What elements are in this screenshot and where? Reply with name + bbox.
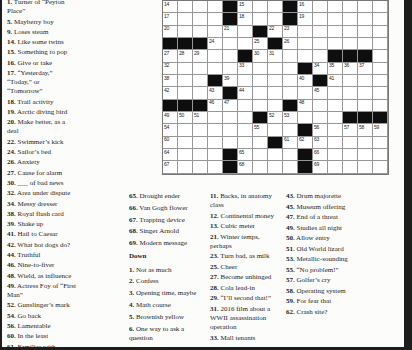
clue-number: 3. xyxy=(129,289,134,297)
clue-28: 28. Cola lead-in xyxy=(210,284,286,293)
cell-number: 33 xyxy=(239,62,244,68)
cell-number: 32 xyxy=(164,62,169,68)
grid-cell[interactable]: 52 xyxy=(268,112,283,124)
grid-cell[interactable] xyxy=(253,13,268,25)
clue-39: 39. Shake up xyxy=(7,220,119,229)
grid-cell[interactable] xyxy=(358,38,373,50)
cell-number: 57 xyxy=(344,124,349,130)
black-cell xyxy=(298,124,313,136)
grid-cell[interactable] xyxy=(253,75,268,87)
grid-cell[interactable] xyxy=(208,137,223,149)
grid-cell[interactable] xyxy=(313,100,328,112)
grid-cell[interactable] xyxy=(208,63,223,75)
cell-number: 67 xyxy=(164,161,169,167)
grid-cell[interactable]: 38 xyxy=(163,75,178,87)
clue-49: 49. Studies all night xyxy=(286,224,398,233)
grid-cell[interactable] xyxy=(223,38,238,50)
grid-cell[interactable] xyxy=(193,161,208,173)
grid-cell[interactable]: 32 xyxy=(163,63,178,75)
clue-27: 27. Cause for alarm xyxy=(7,169,119,178)
grid-cell[interactable] xyxy=(283,161,298,173)
clue-69: 69. Modern message xyxy=(129,239,209,248)
grid-cell[interactable] xyxy=(358,149,373,161)
grid-cell[interactable] xyxy=(298,26,313,38)
grid-cell[interactable] xyxy=(358,87,373,99)
clue-44: 44. Truthful xyxy=(7,251,119,260)
grid-cell[interactable] xyxy=(238,38,253,50)
grid-cell[interactable] xyxy=(328,124,343,136)
black-cell xyxy=(193,38,208,50)
clue-43: 43. Drum majorette xyxy=(286,192,398,201)
cell-number: 30 xyxy=(254,50,259,56)
grid-cell[interactable]: 46 xyxy=(208,100,223,112)
grid-cell[interactable]: 54 xyxy=(163,124,178,136)
grid-cell[interactable] xyxy=(208,161,223,173)
clue-27: 27. Become unhinged xyxy=(210,273,286,282)
clue-number: 49. xyxy=(286,224,295,232)
grid-cell[interactable]: 16 xyxy=(298,1,313,13)
clue-22: 22. Swimmer’s kick xyxy=(7,138,119,147)
clue-42: 42. What hot dogs do? xyxy=(7,241,119,250)
grid-cell[interactable]: 48 xyxy=(298,100,313,112)
grid-cell[interactable] xyxy=(328,1,343,13)
grid-cell[interactable] xyxy=(358,26,373,38)
cell-number: 34 xyxy=(314,62,319,68)
black-cell xyxy=(358,112,373,124)
grid-cell[interactable] xyxy=(313,38,328,50)
grid-cell[interactable] xyxy=(373,63,388,75)
grid-cell[interactable]: 20 xyxy=(163,26,178,38)
grid-cell[interactable] xyxy=(373,13,388,25)
grid-cell[interactable]: 55 xyxy=(253,124,268,136)
grid-cell[interactable] xyxy=(343,1,358,13)
grid-cell[interactable]: 56 xyxy=(313,124,328,136)
grid-cell[interactable]: 17 xyxy=(163,13,178,25)
grid-cell[interactable]: 60 xyxy=(163,137,178,149)
black-cell xyxy=(163,100,178,112)
grid-cell[interactable] xyxy=(373,38,388,50)
clue-41: 41. Hail to Caesar xyxy=(7,230,119,239)
clue-14: 14. Like some twins xyxy=(7,38,119,47)
grid-cell[interactable]: 27 xyxy=(163,50,178,62)
grid-cell[interactable] xyxy=(343,75,358,87)
grid-cell[interactable] xyxy=(253,87,268,99)
clue-number: 27. xyxy=(210,273,219,281)
grid-cell[interactable]: 29 xyxy=(193,50,208,62)
grid-cell[interactable] xyxy=(268,13,283,25)
cell-number: 39 xyxy=(224,75,229,81)
clue-number: 12. xyxy=(210,212,219,220)
cell-number: 63 xyxy=(314,136,319,142)
grid-cell[interactable] xyxy=(358,1,373,13)
grid-cell[interactable] xyxy=(253,63,268,75)
cell-number: 21 xyxy=(224,25,229,31)
grid-cell[interactable] xyxy=(373,100,388,112)
grid-cell[interactable] xyxy=(223,50,238,62)
clue-45: 45. Museum offering xyxy=(286,203,398,212)
clue-55: 55. “No problem!” xyxy=(286,266,398,275)
grid-cell[interactable] xyxy=(373,26,388,38)
clue-number: 15. xyxy=(7,48,16,56)
grid-cell[interactable] xyxy=(193,63,208,75)
grid-cell[interactable] xyxy=(313,50,328,62)
grid-cell[interactable] xyxy=(193,26,208,38)
grid-cell[interactable] xyxy=(328,137,343,149)
grid-cell[interactable] xyxy=(343,87,358,99)
grid-cell[interactable]: 53 xyxy=(283,112,298,124)
grid-cell[interactable] xyxy=(313,26,328,38)
grid-cell[interactable] xyxy=(358,161,373,173)
grid-cell[interactable] xyxy=(373,161,388,173)
grid-cell[interactable] xyxy=(208,50,223,62)
grid-cell[interactable] xyxy=(328,26,343,38)
grid-cell[interactable] xyxy=(253,149,268,161)
screenshot-edge-right xyxy=(404,0,412,350)
grid-cell[interactable] xyxy=(223,63,238,75)
grid-cell[interactable] xyxy=(268,149,283,161)
grid-cell[interactable]: 23 xyxy=(283,26,298,38)
clue-number: 25. xyxy=(210,263,219,271)
grid-cell[interactable] xyxy=(193,149,208,161)
grid-cell[interactable]: 28 xyxy=(178,50,193,62)
black-cell xyxy=(178,38,193,50)
black-cell xyxy=(178,100,193,112)
clue-7: 7. Aggravate xyxy=(129,346,209,350)
grid-cell[interactable] xyxy=(343,149,358,161)
grid-cell[interactable] xyxy=(373,75,388,87)
grid-cell[interactable] xyxy=(178,13,193,25)
grid-cell[interactable] xyxy=(298,87,313,99)
clue-number: 1. xyxy=(7,0,12,6)
grid-cell[interactable] xyxy=(238,124,253,136)
clue-4: 4. Math course xyxy=(129,301,209,310)
grid-cell[interactable] xyxy=(343,100,358,112)
grid-cell[interactable] xyxy=(208,26,223,38)
cell-number: 18 xyxy=(239,13,244,19)
clue-number: 2. xyxy=(129,277,134,285)
grid-cell[interactable]: 19 xyxy=(298,13,313,25)
grid-cell[interactable]: 35 xyxy=(328,63,343,75)
grid-cell[interactable]: 68 xyxy=(238,161,253,173)
grid-cell[interactable]: 49 xyxy=(163,112,178,124)
cell-number: 62 xyxy=(299,136,304,142)
grid-cell[interactable]: 39 xyxy=(223,75,238,87)
grid-cell[interactable] xyxy=(268,87,283,99)
clue-21: 21. Winter temps, perhaps xyxy=(210,233,286,251)
grid-cell[interactable]: 45 xyxy=(313,87,328,99)
black-cell xyxy=(358,50,373,62)
cell-number: 20 xyxy=(164,25,169,31)
grid-cell[interactable] xyxy=(358,75,373,87)
clue-9: 9. Loses steam xyxy=(7,28,119,37)
grid-cell[interactable] xyxy=(178,1,193,13)
grid-cell[interactable] xyxy=(328,161,343,173)
grid-cell[interactable] xyxy=(268,63,283,75)
grid-cell[interactable] xyxy=(313,112,328,124)
grid-cell[interactable] xyxy=(328,149,343,161)
grid-cell[interactable] xyxy=(283,63,298,75)
grid-cell[interactable] xyxy=(358,137,373,149)
grid-cell[interactable] xyxy=(283,50,298,62)
grid-cell[interactable]: 36 xyxy=(343,63,358,75)
grid-cell[interactable] xyxy=(268,161,283,173)
grid-cell[interactable] xyxy=(253,161,268,173)
grid-cell[interactable] xyxy=(373,137,388,149)
clue-number: 62. xyxy=(286,308,295,316)
clue-3: 3. Opening time, maybe xyxy=(129,289,209,298)
grid-cell[interactable] xyxy=(238,112,253,124)
grid-cell[interactable] xyxy=(223,137,238,149)
grid-cell[interactable] xyxy=(298,50,313,62)
clue-number: 9. xyxy=(7,28,12,36)
black-cell xyxy=(373,112,388,124)
down-header: Down xyxy=(129,252,209,261)
grid-cell[interactable]: 42 xyxy=(163,87,178,99)
clue-number: 18. xyxy=(7,98,16,106)
clue-34: 34. Messy dresser xyxy=(7,200,119,209)
grid-cell[interactable]: 18 xyxy=(238,13,253,25)
grid-cell[interactable]: 66 xyxy=(313,149,328,161)
grid-cell[interactable] xyxy=(193,1,208,13)
grid-cell[interactable]: 43 xyxy=(208,87,223,99)
clue-61: 61. Familiar with xyxy=(7,343,119,350)
grid-cell[interactable]: 47 xyxy=(223,100,238,112)
clue-33: 33. Mall tenants xyxy=(210,334,286,343)
cell-number: 61 xyxy=(284,136,289,142)
clue-number: 28. xyxy=(210,284,219,292)
cell-number: 19 xyxy=(299,13,304,19)
grid-cell[interactable] xyxy=(373,50,388,62)
clue-65: 65. Drought ender xyxy=(129,192,209,201)
grid-cell[interactable]: 34 xyxy=(313,63,328,75)
clue-number: 50. xyxy=(286,234,295,242)
clue-47: 47. End of a threat xyxy=(286,213,398,222)
cell-number: 41 xyxy=(329,75,334,81)
grid-cell[interactable] xyxy=(328,13,343,25)
cell-number: 60 xyxy=(164,136,169,142)
cell-number: 65 xyxy=(239,149,244,155)
cell-number: 29 xyxy=(194,50,199,56)
grid-cell[interactable] xyxy=(343,161,358,173)
clue-number: 19. xyxy=(7,108,16,116)
clue-68: 68. Singer Arnold xyxy=(129,227,209,236)
grid-cell[interactable] xyxy=(343,38,358,50)
grid-cell[interactable]: 44 xyxy=(238,87,253,99)
clue-number: 53. xyxy=(286,255,295,263)
clue-5: 5. Mayberry boy xyxy=(7,18,119,27)
grid-cell[interactable]: 30 xyxy=(253,50,268,62)
cell-number: 54 xyxy=(164,124,169,130)
black-cell xyxy=(253,26,268,38)
grid-cell[interactable] xyxy=(178,137,193,149)
grid-cell[interactable] xyxy=(238,137,253,149)
clue-number: 38. xyxy=(7,210,16,218)
crossword-grid[interactable]: 1415161718192021222324252627282930313233… xyxy=(162,0,389,175)
grid-cell[interactable]: 61 xyxy=(283,137,298,149)
clue-column-4: 43. Drum majorette45. Museum offering47.… xyxy=(286,192,398,318)
grid-cell[interactable]: 15 xyxy=(238,1,253,13)
grid-cell[interactable] xyxy=(283,124,298,136)
grid-cell[interactable]: 64 xyxy=(163,149,178,161)
black-cell xyxy=(298,149,313,161)
grid-cell[interactable] xyxy=(178,161,193,173)
clue-48: 48. Wield, as influence xyxy=(7,272,119,281)
grid-cell[interactable] xyxy=(253,1,268,13)
grid-cell[interactable]: 63 xyxy=(313,137,328,149)
grid-cell[interactable] xyxy=(178,149,193,161)
grid-cell[interactable] xyxy=(238,75,253,87)
grid-cell[interactable]: 40 xyxy=(298,75,313,87)
grid-cell[interactable] xyxy=(223,112,238,124)
grid-cell[interactable] xyxy=(268,100,283,112)
grid-cell[interactable] xyxy=(343,137,358,149)
grid-cell[interactable] xyxy=(238,26,253,38)
clue-number: 6. xyxy=(129,325,134,333)
grid-cell[interactable] xyxy=(268,75,283,87)
grid-cell[interactable] xyxy=(283,149,298,161)
clue-12: 12. Continental money xyxy=(210,212,286,221)
grid-cell[interactable]: 65 xyxy=(238,149,253,161)
grid-cell[interactable]: 58 xyxy=(358,124,373,136)
grid-cell[interactable]: 57 xyxy=(343,124,358,136)
clue-5: 5. Brownish yellow xyxy=(129,313,209,322)
clue-number: 66. xyxy=(129,204,138,212)
clue-18: 18. Trail activity xyxy=(7,98,119,107)
grid-cell[interactable]: 21 xyxy=(223,26,238,38)
grid-cell[interactable] xyxy=(178,63,193,75)
grid-cell[interactable]: 33 xyxy=(238,63,253,75)
black-cell xyxy=(208,75,223,87)
clue-number: 13. xyxy=(210,222,219,230)
grid-cell[interactable] xyxy=(178,75,193,87)
grid-cell[interactable] xyxy=(253,100,268,112)
clue-67: 67. Trapping device xyxy=(129,216,209,225)
grid-cell[interactable]: 51 xyxy=(193,112,208,124)
grid-cell[interactable] xyxy=(208,149,223,161)
clue-49: 49. Actress Foy of “First Man” xyxy=(7,282,119,300)
grid-cell[interactable]: 37 xyxy=(358,63,373,75)
grid-cell[interactable]: 26 xyxy=(283,38,298,50)
clue-56: 56. Lamentable xyxy=(7,322,119,331)
grid-cell[interactable] xyxy=(283,75,298,87)
grid-cell[interactable]: 50 xyxy=(178,112,193,124)
grid-cell[interactable] xyxy=(178,26,193,38)
grid-cell[interactable] xyxy=(208,112,223,124)
clue-24: 24. Sailor’s bed xyxy=(7,148,119,157)
cell-number: 28 xyxy=(179,50,184,56)
clue-number: 41. xyxy=(7,230,16,238)
clue-number: 60. xyxy=(7,332,16,340)
clue-column-2: 65. Drought ender66. Van Gogh flower67. … xyxy=(129,192,209,350)
grid-cell[interactable] xyxy=(358,100,373,112)
grid-cell[interactable] xyxy=(208,13,223,25)
cell-number: 52 xyxy=(269,112,274,118)
grid-cell[interactable] xyxy=(373,149,388,161)
clue-58: 58. Operating system xyxy=(286,287,398,296)
grid-cell[interactable]: 25 xyxy=(253,38,268,50)
grid-cell[interactable] xyxy=(208,1,223,13)
cell-number: 36 xyxy=(344,62,349,68)
grid-cell[interactable]: 69 xyxy=(313,161,328,173)
grid-cell[interactable] xyxy=(268,1,283,13)
grid-cell[interactable] xyxy=(223,124,238,136)
black-cell xyxy=(283,1,298,13)
grid-cell[interactable] xyxy=(208,124,223,136)
clue-53: 53. Metallic-sounding xyxy=(286,255,398,264)
grid-cell[interactable]: 41 xyxy=(328,75,343,87)
cell-number: 24 xyxy=(209,38,214,44)
grid-cell[interactable]: 62 xyxy=(298,137,313,149)
cell-number: 17 xyxy=(164,13,169,19)
grid-cell[interactable] xyxy=(193,75,208,87)
clue-number: 69. xyxy=(129,239,138,247)
grid-cell[interactable]: 22 xyxy=(268,26,283,38)
grid-cell[interactable]: 31 xyxy=(268,50,283,62)
grid-cell[interactable]: 14 xyxy=(163,1,178,13)
black-cell xyxy=(328,50,343,62)
black-cell xyxy=(298,63,313,75)
cell-number: 55 xyxy=(254,124,259,130)
grid-cell[interactable] xyxy=(373,87,388,99)
clue-number: 59. xyxy=(286,297,295,305)
grid-cell[interactable] xyxy=(253,137,268,149)
grid-cell[interactable] xyxy=(313,13,328,25)
grid-cell[interactable] xyxy=(328,87,343,99)
clue-15: 15. Something to pop xyxy=(7,48,119,57)
clue-50: 50. Allow entry xyxy=(286,234,398,243)
grid-cell[interactable] xyxy=(328,100,343,112)
clue-number: 39. xyxy=(7,220,16,228)
clue-26: 26. Anxiety xyxy=(7,158,119,167)
grid-cell[interactable] xyxy=(328,112,343,124)
cell-number: 40 xyxy=(299,75,304,81)
grid-cell[interactable] xyxy=(328,38,343,50)
grid-cell[interactable]: 67 xyxy=(163,161,178,173)
black-cell xyxy=(223,149,238,161)
grid-cell[interactable] xyxy=(268,124,283,136)
grid-cell[interactable] xyxy=(358,13,373,25)
grid-cell[interactable] xyxy=(343,13,358,25)
grid-cell[interactable] xyxy=(283,87,298,99)
clue-25: 25. Cheer xyxy=(210,263,286,272)
grid-cell[interactable] xyxy=(178,124,193,136)
grid-cell[interactable] xyxy=(178,87,193,99)
clue-number: 42. xyxy=(7,241,16,249)
clue-number: 24. xyxy=(7,148,16,156)
grid-cell[interactable] xyxy=(193,87,208,99)
clue-number: 55. xyxy=(286,266,295,274)
cell-number: 37 xyxy=(359,62,364,68)
black-cell xyxy=(298,161,313,173)
grid-cell[interactable] xyxy=(193,137,208,149)
clue-54: 54. Go back xyxy=(7,312,119,321)
clue-number: 47. xyxy=(286,213,295,221)
grid-cell[interactable] xyxy=(343,26,358,38)
clue-6: 6. One way to ask a question xyxy=(129,325,209,343)
clue-38: 38. Royal flush card xyxy=(7,210,119,219)
cell-number: 44 xyxy=(239,87,244,93)
grid-cell[interactable] xyxy=(193,13,208,25)
grid-cell[interactable] xyxy=(373,1,388,13)
grid-cell[interactable] xyxy=(238,100,253,112)
grid-cell[interactable]: 59 xyxy=(373,124,388,136)
grid-cell[interactable] xyxy=(298,38,313,50)
grid-cell[interactable] xyxy=(313,1,328,13)
grid-cell[interactable] xyxy=(298,112,313,124)
grid-cell[interactable]: 24 xyxy=(208,38,223,50)
grid-cell[interactable] xyxy=(193,124,208,136)
clue-number: 30. xyxy=(7,179,16,187)
